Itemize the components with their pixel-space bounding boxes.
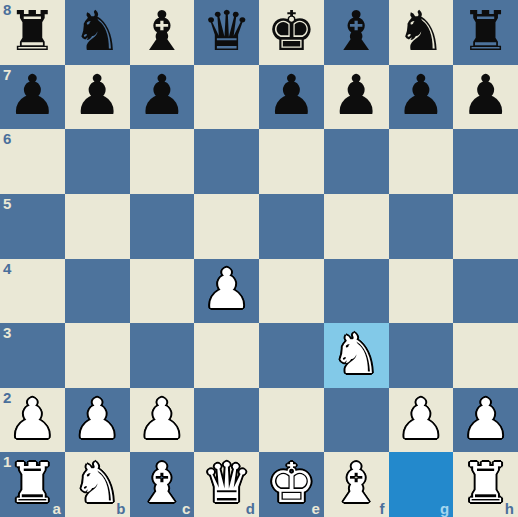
square-h5[interactable] (453, 194, 518, 259)
square-b6[interactable] (65, 129, 130, 194)
white-pawn-piece[interactable]: ♟ (396, 392, 445, 447)
square-b1[interactable]: ♞b (65, 452, 130, 517)
square-e3[interactable] (259, 323, 324, 388)
file-label-g: g (440, 501, 449, 516)
square-e1[interactable]: ♚e (259, 452, 324, 517)
black-pawn-piece[interactable]: ♟ (331, 68, 380, 123)
black-pawn-piece[interactable]: ♟ (396, 68, 445, 123)
file-label-f: f (380, 501, 385, 516)
black-pawn-piece[interactable]: ♟ (72, 68, 121, 123)
square-f1[interactable]: ♝f (324, 452, 389, 517)
white-pawn-piece[interactable]: ♟ (202, 262, 251, 317)
file-label-b: b (116, 501, 125, 516)
square-d5[interactable] (194, 194, 259, 259)
white-bishop-piece[interactable]: ♝ (331, 456, 380, 511)
white-pawn-piece[interactable]: ♟ (137, 392, 186, 447)
square-d8[interactable]: ♛ (194, 0, 259, 65)
square-h1[interactable]: ♜h (453, 452, 518, 517)
white-rook-piece[interactable]: ♜ (8, 456, 57, 511)
square-f5[interactable] (324, 194, 389, 259)
white-pawn-piece[interactable]: ♟ (72, 392, 121, 447)
square-c3[interactable] (130, 323, 195, 388)
square-g3[interactable] (389, 323, 454, 388)
square-c4[interactable] (130, 259, 195, 324)
square-h8[interactable]: ♜ (453, 0, 518, 65)
black-king-piece[interactable]: ♚ (267, 4, 316, 59)
square-b3[interactable] (65, 323, 130, 388)
square-b5[interactable] (65, 194, 130, 259)
square-b8[interactable]: ♞ (65, 0, 130, 65)
file-label-e: e (311, 501, 319, 516)
square-c2[interactable]: ♟ (130, 388, 195, 453)
square-g8[interactable]: ♞ (389, 0, 454, 65)
rank-label-7: 7 (3, 67, 11, 82)
square-h6[interactable] (453, 129, 518, 194)
square-g4[interactable] (389, 259, 454, 324)
square-a6[interactable]: 6 (0, 129, 65, 194)
square-d4[interactable]: ♟ (194, 259, 259, 324)
black-pawn-piece[interactable]: ♟ (267, 68, 316, 123)
black-pawn-piece[interactable]: ♟ (461, 68, 510, 123)
file-label-h: h (505, 501, 514, 516)
square-h2[interactable]: ♟ (453, 388, 518, 453)
square-a2[interactable]: ♟2 (0, 388, 65, 453)
square-h3[interactable] (453, 323, 518, 388)
square-e8[interactable]: ♚ (259, 0, 324, 65)
square-g2[interactable]: ♟ (389, 388, 454, 453)
file-label-c: c (182, 501, 190, 516)
square-a7[interactable]: ♟7 (0, 65, 65, 130)
square-f7[interactable]: ♟ (324, 65, 389, 130)
square-g1[interactable]: g (389, 452, 454, 517)
square-b2[interactable]: ♟ (65, 388, 130, 453)
square-c1[interactable]: ♝c (130, 452, 195, 517)
square-g5[interactable] (389, 194, 454, 259)
square-d3[interactable] (194, 323, 259, 388)
square-f3[interactable]: ♞ (324, 323, 389, 388)
rank-label-6: 6 (3, 131, 11, 146)
black-rook-piece[interactable]: ♜ (8, 4, 57, 59)
square-d7[interactable] (194, 65, 259, 130)
white-rook-piece[interactable]: ♜ (461, 456, 510, 511)
black-pawn-piece[interactable]: ♟ (137, 68, 186, 123)
square-h4[interactable] (453, 259, 518, 324)
rank-label-5: 5 (3, 196, 11, 211)
white-queen-piece[interactable]: ♛ (202, 456, 251, 511)
square-a5[interactable]: 5 (0, 194, 65, 259)
white-pawn-piece[interactable]: ♟ (8, 392, 57, 447)
black-queen-piece[interactable]: ♛ (202, 4, 251, 59)
rank-label-4: 4 (3, 261, 11, 276)
square-a1[interactable]: ♜1a (0, 452, 65, 517)
square-c5[interactable] (130, 194, 195, 259)
square-g7[interactable]: ♟ (389, 65, 454, 130)
white-knight-piece[interactable]: ♞ (331, 327, 380, 382)
square-c6[interactable] (130, 129, 195, 194)
square-e7[interactable]: ♟ (259, 65, 324, 130)
square-g6[interactable] (389, 129, 454, 194)
square-f4[interactable] (324, 259, 389, 324)
black-knight-piece[interactable]: ♞ (72, 4, 121, 59)
square-a4[interactable]: 4 (0, 259, 65, 324)
square-a3[interactable]: 3 (0, 323, 65, 388)
square-f2[interactable] (324, 388, 389, 453)
square-d6[interactable] (194, 129, 259, 194)
rank-label-3: 3 (3, 325, 11, 340)
file-label-a: a (52, 501, 60, 516)
square-e5[interactable] (259, 194, 324, 259)
square-c7[interactable]: ♟ (130, 65, 195, 130)
square-f6[interactable] (324, 129, 389, 194)
rank-label-1: 1 (3, 454, 11, 469)
white-knight-piece[interactable]: ♞ (72, 456, 121, 511)
square-h7[interactable]: ♟ (453, 65, 518, 130)
square-b7[interactable]: ♟ (65, 65, 130, 130)
square-d2[interactable] (194, 388, 259, 453)
white-bishop-piece[interactable]: ♝ (137, 456, 186, 511)
square-d1[interactable]: ♛d (194, 452, 259, 517)
black-pawn-piece[interactable]: ♟ (8, 68, 57, 123)
square-a8[interactable]: ♜8 (0, 0, 65, 65)
chess-board: ♜8♞♝♛♚♝♞♜♟7♟♟♟♟♟♟654♟3♞♟2♟♟♟♟♜1a♞b♝c♛d♚e… (0, 0, 518, 517)
file-label-d: d (246, 501, 255, 516)
black-knight-piece[interactable]: ♞ (396, 4, 445, 59)
square-c8[interactable]: ♝ (130, 0, 195, 65)
black-rook-piece[interactable]: ♜ (461, 4, 510, 59)
square-e2[interactable] (259, 388, 324, 453)
white-king-piece[interactable]: ♚ (267, 456, 316, 511)
square-e6[interactable] (259, 129, 324, 194)
square-b4[interactable] (65, 259, 130, 324)
black-bishop-piece[interactable]: ♝ (331, 4, 380, 59)
rank-label-8: 8 (3, 2, 11, 17)
white-pawn-piece[interactable]: ♟ (461, 392, 510, 447)
rank-label-2: 2 (3, 390, 11, 405)
black-bishop-piece[interactable]: ♝ (137, 4, 186, 59)
square-e4[interactable] (259, 259, 324, 324)
square-f8[interactable]: ♝ (324, 0, 389, 65)
